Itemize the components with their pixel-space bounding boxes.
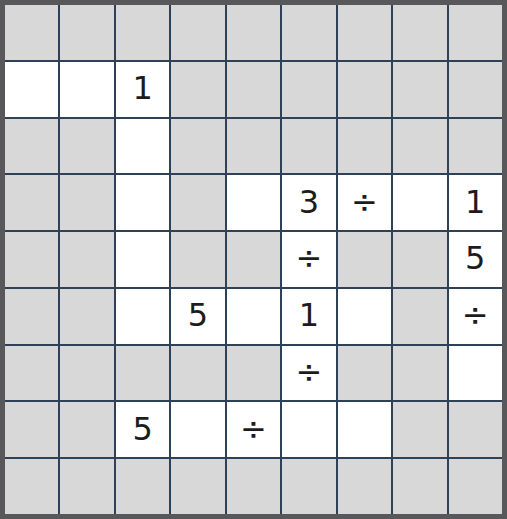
division-sign: ÷ [296, 242, 323, 274]
cell-r1c8-blocked [393, 5, 446, 60]
cell-r8c7-empty[interactable] [338, 402, 391, 457]
cell-r5c1-blocked [5, 232, 58, 287]
cell-r7c7-blocked [338, 346, 391, 401]
cell-r6c5-empty[interactable] [227, 289, 280, 344]
cell-r7c2-blocked [60, 346, 113, 401]
cell-r4c2-blocked [60, 175, 113, 230]
cell-r6c2-blocked [60, 289, 113, 344]
cell-r1c2-blocked [60, 5, 113, 60]
cell-r4c4-blocked [171, 175, 224, 230]
cell-r9c4-blocked [171, 459, 224, 514]
cell-r9c1-blocked [5, 459, 58, 514]
cell-r4c1-blocked [5, 175, 58, 230]
cell-r6c7-empty[interactable] [338, 289, 391, 344]
cell-r6c3-empty[interactable] [116, 289, 169, 344]
cell-r5c6-given[interactable]: ÷ [282, 232, 335, 287]
cell-r3c9-blocked [449, 119, 502, 174]
digit-5: 5 [465, 242, 485, 274]
cell-r3c8-blocked [393, 119, 446, 174]
division-sign: ÷ [462, 299, 489, 331]
division-sign: ÷ [351, 186, 378, 218]
cell-r2c9-blocked [449, 62, 502, 117]
cell-r7c4-blocked [171, 346, 224, 401]
cell-r7c6-given[interactable]: ÷ [282, 346, 335, 401]
cell-r3c1-blocked [5, 119, 58, 174]
cell-r7c3-blocked [116, 346, 169, 401]
cell-r1c9-blocked [449, 5, 502, 60]
cell-r2c2-empty[interactable] [60, 62, 113, 117]
cell-r6c8-blocked [393, 289, 446, 344]
cell-r5c5-blocked [227, 232, 280, 287]
cell-r9c6-blocked [282, 459, 335, 514]
cell-r8c8-blocked [393, 402, 446, 457]
cell-r6c9-given[interactable]: ÷ [449, 289, 502, 344]
cell-r5c2-blocked [60, 232, 113, 287]
digit-1: 1 [132, 72, 152, 104]
cell-r1c6-blocked [282, 5, 335, 60]
cell-r5c3-empty[interactable] [116, 232, 169, 287]
cell-r9c2-blocked [60, 459, 113, 514]
cell-r1c5-blocked [227, 5, 280, 60]
cell-r2c6-blocked [282, 62, 335, 117]
cell-r8c9-blocked [449, 402, 502, 457]
cell-r2c7-blocked [338, 62, 391, 117]
cell-r8c4-empty[interactable] [171, 402, 224, 457]
cell-r5c9-given[interactable]: 5 [449, 232, 502, 287]
cell-r5c7-blocked [338, 232, 391, 287]
cell-r9c7-blocked [338, 459, 391, 514]
cell-r4c6-given[interactable]: 3 [282, 175, 335, 230]
cell-r9c3-blocked [116, 459, 169, 514]
cell-r2c3-given[interactable]: 1 [116, 62, 169, 117]
cell-r1c4-blocked [171, 5, 224, 60]
cell-r1c3-blocked [116, 5, 169, 60]
cell-r4c8-empty[interactable] [393, 175, 446, 230]
cell-r7c8-blocked [393, 346, 446, 401]
digit-3: 3 [299, 186, 319, 218]
cell-r4c5-empty[interactable] [227, 175, 280, 230]
cell-r5c8-blocked [393, 232, 446, 287]
cell-r3c5-blocked [227, 119, 280, 174]
cell-r1c7-blocked [338, 5, 391, 60]
cell-r2c5-blocked [227, 62, 280, 117]
division-sign: ÷ [240, 413, 267, 445]
cell-r6c1-blocked [5, 289, 58, 344]
cell-r8c1-blocked [5, 402, 58, 457]
cell-r4c3-empty[interactable] [116, 175, 169, 230]
cell-r3c3-empty[interactable] [116, 119, 169, 174]
cell-r8c3-given[interactable]: 5 [116, 402, 169, 457]
division-sign: ÷ [296, 356, 323, 388]
cell-r6c4-given[interactable]: 5 [171, 289, 224, 344]
cell-r6c6-given[interactable]: 1 [282, 289, 335, 344]
cell-r5c4-blocked [171, 232, 224, 287]
cell-r3c4-blocked [171, 119, 224, 174]
cell-r7c1-blocked [5, 346, 58, 401]
cell-r9c8-blocked [393, 459, 446, 514]
digit-5: 5 [132, 413, 152, 445]
cell-r9c9-blocked [449, 459, 502, 514]
cell-r3c2-blocked [60, 119, 113, 174]
digit-1: 1 [299, 299, 319, 331]
cell-r3c6-blocked [282, 119, 335, 174]
cell-r8c2-blocked [60, 402, 113, 457]
cell-r4c9-given[interactable]: 1 [449, 175, 502, 230]
cell-r7c9-empty[interactable] [449, 346, 502, 401]
cell-r2c1-empty[interactable] [5, 62, 58, 117]
puzzle-board: 13÷1÷551÷÷5÷ [0, 0, 507, 519]
cell-r9c5-blocked [227, 459, 280, 514]
cell-r8c5-given[interactable]: ÷ [227, 402, 280, 457]
cell-r8c6-empty[interactable] [282, 402, 335, 457]
cell-r7c5-blocked [227, 346, 280, 401]
digit-5: 5 [188, 299, 208, 331]
cell-r2c8-blocked [393, 62, 446, 117]
digit-1: 1 [465, 186, 485, 218]
cell-r4c7-given[interactable]: ÷ [338, 175, 391, 230]
cell-r1c1-blocked [5, 5, 58, 60]
cell-r2c4-blocked [171, 62, 224, 117]
cell-r3c7-blocked [338, 119, 391, 174]
